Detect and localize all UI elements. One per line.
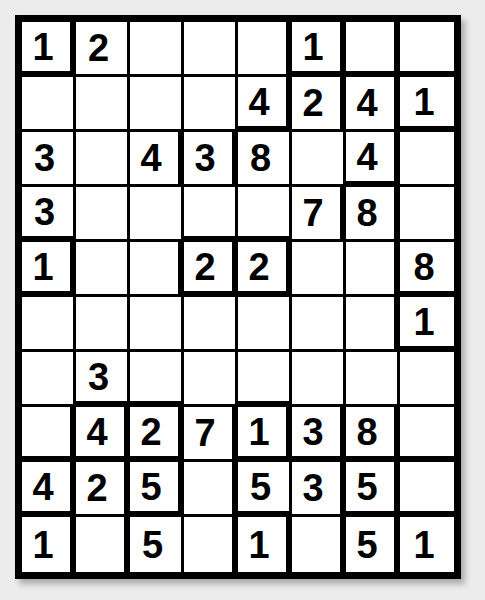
cell-r4c3[interactable] xyxy=(130,187,184,242)
given-digit: 1 xyxy=(413,83,434,121)
cell-r9c1[interactable]: 4 xyxy=(22,462,76,517)
cell-r6c7[interactable] xyxy=(346,297,400,352)
cell-r5c8[interactable]: 8 xyxy=(400,242,454,297)
cell-r4c8[interactable] xyxy=(400,187,454,242)
cell-r10c2[interactable] xyxy=(76,517,130,572)
given-digit: 5 xyxy=(356,468,377,506)
cell-r1c8[interactable] xyxy=(400,22,454,77)
cell-r4c5[interactable] xyxy=(238,187,292,242)
given-digit: 1 xyxy=(248,526,269,564)
given-digit: 5 xyxy=(142,526,163,564)
cell-r5c4[interactable]: 2 xyxy=(184,242,238,297)
given-digit: 5 xyxy=(250,468,271,506)
cell-r8c6[interactable]: 3 xyxy=(292,407,346,462)
given-digit: 1 xyxy=(32,248,53,286)
cell-r6c3[interactable] xyxy=(130,297,184,352)
cell-r3c4[interactable]: 3 xyxy=(184,132,238,187)
given-digit: 2 xyxy=(194,248,215,286)
cell-r9c8[interactable] xyxy=(400,462,454,517)
cell-r10c8[interactable]: 1 xyxy=(400,517,454,572)
cell-r4c6[interactable]: 7 xyxy=(292,187,346,242)
given-digit: 2 xyxy=(140,413,161,451)
cell-r2c5[interactable]: 4 xyxy=(238,77,292,132)
cell-r9c6[interactable]: 3 xyxy=(292,462,346,517)
cell-r9c5[interactable]: 5 xyxy=(238,462,292,517)
cell-r3c7[interactable]: 4 xyxy=(346,132,400,187)
cell-r3c3[interactable]: 4 xyxy=(130,132,184,187)
given-digit: 1 xyxy=(32,28,53,66)
cell-r7c1[interactable] xyxy=(22,352,76,407)
cell-r3c8[interactable] xyxy=(400,132,454,187)
cell-r6c8[interactable]: 1 xyxy=(400,297,454,352)
cell-r1c5[interactable] xyxy=(238,22,292,77)
given-digit: 8 xyxy=(356,413,377,451)
given-digit: 4 xyxy=(248,83,269,121)
cell-r10c3[interactable]: 5 xyxy=(130,517,184,572)
cell-r5c1[interactable]: 1 xyxy=(22,242,76,297)
cell-r3c6[interactable] xyxy=(292,132,346,187)
cell-r9c2[interactable]: 2 xyxy=(76,462,130,517)
cell-r1c6[interactable]: 1 xyxy=(292,22,346,77)
given-digit: 3 xyxy=(34,139,55,177)
cell-r6c2[interactable] xyxy=(76,297,130,352)
cell-r7c2[interactable]: 3 xyxy=(76,352,130,407)
given-digit: 4 xyxy=(86,413,107,451)
cell-r1c2[interactable]: 2 xyxy=(76,22,130,77)
cell-r6c4[interactable] xyxy=(184,297,238,352)
cell-r2c3[interactable] xyxy=(130,77,184,132)
cell-r5c7[interactable] xyxy=(346,242,400,297)
cell-r6c1[interactable] xyxy=(22,297,76,352)
cell-r4c1[interactable]: 3 xyxy=(22,187,76,242)
given-digit: 1 xyxy=(32,526,53,564)
cell-r4c4[interactable] xyxy=(184,187,238,242)
cell-r3c5[interactable]: 8 xyxy=(238,132,292,187)
cell-r3c1[interactable]: 3 xyxy=(22,132,76,187)
cell-r2c8[interactable]: 1 xyxy=(400,77,454,132)
given-digit: 3 xyxy=(34,193,55,231)
cell-r5c5[interactable]: 2 xyxy=(238,242,292,297)
cell-r7c7[interactable] xyxy=(346,352,400,407)
cell-r2c7[interactable]: 4 xyxy=(346,77,400,132)
cell-r8c5[interactable]: 1 xyxy=(238,407,292,462)
cell-r2c6[interactable]: 2 xyxy=(292,77,346,132)
given-digit: 2 xyxy=(302,84,323,122)
cell-r8c2[interactable]: 4 xyxy=(76,407,130,462)
cell-r6c6[interactable] xyxy=(292,297,346,352)
cell-r4c7[interactable]: 8 xyxy=(346,187,400,242)
given-digit: 8 xyxy=(413,248,434,286)
given-digit: 4 xyxy=(356,138,377,176)
given-digit: 8 xyxy=(250,139,271,177)
cell-r3c2[interactable] xyxy=(76,132,130,187)
cell-r8c8[interactable] xyxy=(400,407,454,462)
given-digit: 1 xyxy=(302,28,323,66)
cell-r8c4[interactable]: 7 xyxy=(184,407,238,462)
cell-r10c1[interactable]: 1 xyxy=(22,517,76,572)
given-digit: 3 xyxy=(194,139,215,177)
given-digit: 3 xyxy=(302,413,323,451)
given-digit: 3 xyxy=(302,469,323,507)
given-digit: 5 xyxy=(140,468,161,506)
cell-r5c3[interactable] xyxy=(130,242,184,297)
given-digit: 2 xyxy=(86,469,107,507)
cell-r8c1[interactable] xyxy=(22,407,76,462)
cell-r5c6[interactable] xyxy=(292,242,346,297)
cell-r8c7[interactable]: 8 xyxy=(346,407,400,462)
cell-r1c3[interactable] xyxy=(130,22,184,77)
cell-r7c8[interactable] xyxy=(400,352,454,407)
cell-r7c6[interactable] xyxy=(292,352,346,407)
cell-r7c3[interactable] xyxy=(130,352,184,407)
puzzle-board: 12142413438437812281342713842553515151 xyxy=(15,15,461,579)
cell-r5c2[interactable] xyxy=(76,242,130,297)
cell-r9c4[interactable] xyxy=(184,462,238,517)
cell-r8c3[interactable]: 2 xyxy=(130,407,184,462)
cell-r2c1[interactable] xyxy=(22,77,76,132)
given-digit: 7 xyxy=(194,414,215,452)
given-digit: 8 xyxy=(356,194,377,232)
cell-r9c3[interactable]: 5 xyxy=(130,462,184,517)
cell-r1c7[interactable] xyxy=(346,22,400,77)
given-digit: 4 xyxy=(32,468,53,506)
given-digit: 3 xyxy=(88,358,109,396)
given-digit: 4 xyxy=(140,139,161,177)
cell-r10c4[interactable] xyxy=(184,517,238,572)
given-digit: 2 xyxy=(248,248,269,286)
cell-r1c1[interactable]: 1 xyxy=(22,22,76,77)
given-digit: 1 xyxy=(413,303,434,341)
cell-r10c7[interactable]: 5 xyxy=(346,517,400,572)
cell-r10c5[interactable]: 1 xyxy=(238,517,292,572)
cell-r2c4[interactable] xyxy=(184,77,238,132)
cell-r9c7[interactable]: 5 xyxy=(346,462,400,517)
given-digit: 2 xyxy=(88,29,109,67)
given-digit: 1 xyxy=(248,413,269,451)
given-digit: 7 xyxy=(302,194,323,232)
cell-r7c5[interactable] xyxy=(238,352,292,407)
given-digit: 5 xyxy=(356,526,377,564)
cell-r4c2[interactable] xyxy=(76,187,130,242)
cell-r10c6[interactable] xyxy=(292,517,346,572)
cell-r6c5[interactable] xyxy=(238,297,292,352)
cell-r2c2[interactable] xyxy=(76,77,130,132)
given-digit: 1 xyxy=(413,526,434,564)
cell-r7c4[interactable] xyxy=(184,352,238,407)
given-digit: 4 xyxy=(356,84,377,122)
cell-r1c4[interactable] xyxy=(184,22,238,77)
